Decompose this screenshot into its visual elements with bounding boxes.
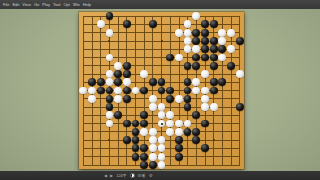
board-point[interactable] [175,45,184,53]
board-point[interactable] [79,95,88,103]
board-point[interactable] [140,12,149,20]
board-point[interactable] [166,78,175,86]
board-point[interactable] [175,119,184,127]
board-point[interactable] [209,86,218,94]
board-point[interactable] [218,153,227,161]
board-point[interactable] [79,53,88,61]
board-point[interactable] [201,20,210,28]
board-point[interactable] [122,153,131,161]
board-point[interactable] [105,111,114,119]
board-point[interactable] [131,128,140,136]
board-point[interactable] [175,20,184,28]
board-point[interactable] [235,45,244,53]
board-point[interactable] [175,153,184,161]
board-point[interactable] [88,70,97,78]
board-point[interactable] [166,45,175,53]
board-point[interactable] [114,78,123,86]
board-point[interactable] [235,111,244,119]
board-point[interactable] [131,45,140,53]
board-point[interactable] [79,12,88,20]
board-point[interactable] [105,95,114,103]
board-point[interactable] [131,78,140,86]
board-point[interactable] [166,70,175,78]
board-point[interactable] [140,136,149,144]
board-point[interactable] [157,153,166,161]
board-point[interactable] [131,53,140,61]
board-point[interactable] [96,144,105,152]
board-point[interactable] [166,136,175,144]
board-point[interactable] [235,161,244,169]
board-point[interactable] [140,153,149,161]
board-point[interactable] [192,161,201,169]
board-point[interactable] [114,45,123,53]
board-point[interactable] [140,45,149,53]
board-point[interactable] [88,95,97,103]
board-point[interactable] [183,144,192,152]
board-point[interactable] [149,78,158,86]
board-point[interactable] [166,144,175,152]
board-point[interactable] [105,29,114,37]
board-point[interactable] [88,53,97,61]
board-point[interactable] [122,95,131,103]
board-point[interactable] [114,12,123,20]
board-point[interactable] [209,29,218,37]
board-point[interactable] [96,103,105,111]
board-point[interactable] [227,95,236,103]
board-point[interactable] [157,136,166,144]
board-point[interactable] [88,37,97,45]
board-point[interactable] [209,45,218,53]
board-point[interactable] [175,86,184,94]
board-point[interactable] [149,20,158,28]
board-point[interactable] [96,119,105,127]
board-point[interactable] [192,119,201,127]
board-point[interactable] [227,111,236,119]
board-point[interactable] [105,86,114,94]
board-point[interactable] [227,161,236,169]
board-point[interactable] [157,29,166,37]
board-point[interactable] [105,62,114,70]
board-point[interactable] [79,78,88,86]
board-point[interactable] [235,78,244,86]
board-point[interactable] [88,128,97,136]
board-point[interactable] [114,103,123,111]
board-point[interactable] [114,111,123,119]
board-point[interactable] [218,53,227,61]
board-point[interactable] [140,111,149,119]
board-point[interactable] [192,12,201,20]
board-point[interactable] [149,136,158,144]
board-point[interactable] [79,62,88,70]
board-point[interactable] [122,53,131,61]
board-point[interactable] [131,119,140,127]
board-point[interactable] [122,144,131,152]
board-point[interactable] [131,62,140,70]
board-point[interactable] [227,153,236,161]
board-point[interactable] [175,144,184,152]
board-point[interactable] [96,70,105,78]
board-point[interactable] [122,111,131,119]
board-point[interactable] [122,86,131,94]
board-point[interactable] [235,95,244,103]
board-point[interactable] [192,37,201,45]
board-point[interactable] [218,70,227,78]
menu-item-go[interactable]: Go [34,0,39,9]
board-point[interactable] [105,12,114,20]
board-point[interactable] [149,103,158,111]
board-point[interactable] [201,45,210,53]
board-point[interactable] [175,128,184,136]
board-point[interactable] [140,86,149,94]
board-point[interactable] [131,111,140,119]
board-point[interactable] [218,62,227,70]
board-point[interactable] [149,86,158,94]
board-point[interactable] [114,144,123,152]
board-point[interactable] [149,29,158,37]
board-point[interactable] [218,45,227,53]
board-point[interactable] [183,111,192,119]
board-point[interactable] [235,153,244,161]
board-point[interactable] [79,153,88,161]
board-point[interactable] [209,12,218,20]
board-point[interactable] [218,161,227,169]
board-point[interactable] [122,20,131,28]
board-point[interactable] [201,153,210,161]
board-point[interactable] [166,161,175,169]
board-point[interactable] [140,103,149,111]
board-point[interactable] [235,86,244,94]
board-point[interactable] [183,37,192,45]
board-point[interactable] [201,70,210,78]
board-point[interactable] [166,86,175,94]
board-point[interactable] [175,70,184,78]
board-point[interactable] [149,144,158,152]
board-point[interactable] [88,78,97,86]
board-point[interactable] [157,45,166,53]
board-point[interactable] [227,29,236,37]
board-point[interactable] [122,70,131,78]
board-point[interactable] [209,70,218,78]
board-point[interactable] [149,111,158,119]
board-point[interactable] [79,86,88,94]
board-point[interactable] [105,37,114,45]
board-point[interactable] [114,95,123,103]
board-point[interactable] [149,161,158,169]
board-point[interactable] [227,53,236,61]
board-point[interactable] [183,12,192,20]
board-point[interactable] [166,111,175,119]
board-point[interactable] [157,95,166,103]
board-point[interactable] [235,29,244,37]
board-point[interactable] [183,103,192,111]
board-point[interactable] [88,103,97,111]
board-point[interactable] [96,12,105,20]
board-point[interactable] [183,20,192,28]
board-point[interactable] [227,128,236,136]
board-point[interactable] [105,153,114,161]
board-point[interactable] [192,20,201,28]
board-point[interactable] [157,128,166,136]
board-point[interactable] [96,95,105,103]
board-point[interactable] [157,37,166,45]
board-point[interactable] [131,20,140,28]
board-point[interactable] [192,136,201,144]
board-point[interactable] [157,78,166,86]
board-point[interactable] [201,111,210,119]
board-point[interactable] [209,119,218,127]
board-point[interactable] [227,144,236,152]
board-point[interactable] [79,103,88,111]
board-point[interactable] [131,153,140,161]
board-point[interactable] [79,128,88,136]
board-point[interactable] [235,53,244,61]
board-point[interactable] [88,20,97,28]
prev-move-button[interactable]: ◀ [104,173,107,178]
board-point[interactable] [114,136,123,144]
menu-item-win[interactable]: Win [73,0,80,9]
board-point[interactable] [175,12,184,20]
board-point[interactable] [235,70,244,78]
board-point[interactable] [227,103,236,111]
board-point[interactable] [201,86,210,94]
board-point[interactable] [149,70,158,78]
board-point[interactable] [157,144,166,152]
board-point[interactable] [122,45,131,53]
board-point[interactable] [209,78,218,86]
board-point[interactable] [201,144,210,152]
board-point[interactable] [175,136,184,144]
board-point[interactable] [88,161,97,169]
board-point[interactable] [122,37,131,45]
board-point[interactable] [96,136,105,144]
board-point[interactable] [88,144,97,152]
board-point[interactable] [227,70,236,78]
board-point[interactable] [183,45,192,53]
board-point[interactable] [96,53,105,61]
board-point[interactable] [166,20,175,28]
board-point[interactable] [105,53,114,61]
board-point[interactable] [114,29,123,37]
board-point[interactable] [209,53,218,61]
board-point[interactable] [105,128,114,136]
board-point[interactable] [149,53,158,61]
board-point[interactable] [140,29,149,37]
board-point[interactable] [114,53,123,61]
board-point[interactable] [140,20,149,28]
board-point[interactable] [122,136,131,144]
board-point[interactable] [201,53,210,61]
board-point[interactable] [218,119,227,127]
board-point[interactable] [218,103,227,111]
board-point[interactable] [166,119,175,127]
board-point[interactable] [105,161,114,169]
board-point[interactable] [235,62,244,70]
board-point[interactable] [209,136,218,144]
board-point[interactable] [105,119,114,127]
board-point[interactable] [166,128,175,136]
board-point[interactable] [235,136,244,144]
board-point[interactable] [166,53,175,61]
board-point[interactable] [192,29,201,37]
board-point[interactable] [96,128,105,136]
board-point[interactable] [227,37,236,45]
board-point[interactable] [157,86,166,94]
board-point[interactable] [122,78,131,86]
board-point[interactable] [114,20,123,28]
board-point[interactable] [105,136,114,144]
board-point[interactable] [218,29,227,37]
board-point[interactable] [79,37,88,45]
board-point[interactable] [79,45,88,53]
board-point[interactable] [183,95,192,103]
board-point[interactable] [209,20,218,28]
menu-item-file[interactable]: File [3,0,9,9]
board-point[interactable] [192,62,201,70]
board-point[interactable] [209,37,218,45]
board-point[interactable] [157,111,166,119]
board-point[interactable] [227,78,236,86]
board-point[interactable] [183,78,192,86]
board-point[interactable] [183,119,192,127]
board-point[interactable] [131,95,140,103]
board-point[interactable] [105,70,114,78]
menu-item-help[interactable]: Help [83,0,91,9]
board-point[interactable] [79,144,88,152]
board-point[interactable] [209,144,218,152]
board-point[interactable] [88,12,97,20]
board-point[interactable] [192,86,201,94]
board-point[interactable] [227,136,236,144]
board-point[interactable] [122,119,131,127]
board-point[interactable] [79,136,88,144]
board-point[interactable] [175,78,184,86]
settings-gear-icon[interactable]: ⚙ [149,173,153,178]
board-point[interactable] [122,128,131,136]
board-point[interactable] [183,62,192,70]
board-point[interactable] [140,128,149,136]
board-point[interactable] [235,119,244,127]
board-point[interactable] [122,103,131,111]
board-point[interactable] [209,153,218,161]
board-point[interactable] [114,153,123,161]
board-point[interactable] [235,103,244,111]
board-point[interactable] [140,37,149,45]
board-point[interactable] [201,119,210,127]
board-point[interactable] [157,62,166,70]
board-point[interactable] [122,62,131,70]
board-point[interactable] [149,12,158,20]
board-point[interactable] [192,45,201,53]
menu-item-edit[interactable]: Edit [12,0,19,9]
board-point[interactable] [96,45,105,53]
board-point[interactable] [131,161,140,169]
board-point[interactable] [218,12,227,20]
board-point[interactable] [183,128,192,136]
board-point[interactable] [114,86,123,94]
board-point[interactable] [209,103,218,111]
board-point[interactable] [131,136,140,144]
board-point[interactable] [79,161,88,169]
board-point[interactable] [122,12,131,20]
board-point[interactable] [175,111,184,119]
board-point[interactable] [166,37,175,45]
board-point[interactable] [114,119,123,127]
board-point[interactable] [192,111,201,119]
next-move-button[interactable]: ▶ [110,173,113,178]
board-point[interactable] [131,29,140,37]
board-point[interactable] [114,70,123,78]
board-point[interactable] [157,103,166,111]
board-point[interactable] [122,29,131,37]
board-point[interactable] [209,62,218,70]
board-point[interactable] [175,53,184,61]
board-point[interactable] [175,103,184,111]
board-point[interactable] [201,37,210,45]
board-point[interactable] [201,62,210,70]
menu-item-tool[interactable]: Tool [53,0,60,9]
board-point[interactable] [175,161,184,169]
board-point[interactable] [218,95,227,103]
board-point[interactable] [166,153,175,161]
board-point[interactable] [131,37,140,45]
board-point[interactable] [157,20,166,28]
board-point[interactable] [218,136,227,144]
board-point[interactable] [192,144,201,152]
board-point[interactable] [227,86,236,94]
board-point[interactable] [140,53,149,61]
board-point[interactable] [114,37,123,45]
board-point[interactable] [149,128,158,136]
board-point[interactable] [227,12,236,20]
board-point[interactable] [88,153,97,161]
board-point[interactable] [201,12,210,20]
board-point[interactable] [131,12,140,20]
board-point[interactable] [88,45,97,53]
board-point[interactable] [105,45,114,53]
board-point[interactable] [105,144,114,152]
board-point[interactable] [140,161,149,169]
board-point[interactable] [166,29,175,37]
board-point[interactable] [149,153,158,161]
board-point[interactable] [235,144,244,152]
board-point[interactable] [218,78,227,86]
board-point[interactable] [166,12,175,20]
board-point[interactable] [122,161,131,169]
board-point[interactable] [105,103,114,111]
board-point[interactable] [96,37,105,45]
board-point[interactable] [149,119,158,127]
board-point[interactable] [218,144,227,152]
board-point[interactable] [79,29,88,37]
board-point[interactable] [201,161,210,169]
board-point[interactable] [131,86,140,94]
menu-item-opt[interactable]: Opt [63,0,69,9]
board-point[interactable] [201,128,210,136]
board-point[interactable] [201,95,210,103]
board-point[interactable] [218,86,227,94]
board-point[interactable] [96,153,105,161]
board-point[interactable] [218,128,227,136]
board-point[interactable] [88,29,97,37]
board-point[interactable] [192,78,201,86]
board-point[interactable] [183,161,192,169]
board-point[interactable] [209,128,218,136]
board-point[interactable] [192,70,201,78]
board-point[interactable] [157,119,166,127]
board-point[interactable] [140,144,149,152]
board-point[interactable] [192,153,201,161]
board-point[interactable] [192,103,201,111]
